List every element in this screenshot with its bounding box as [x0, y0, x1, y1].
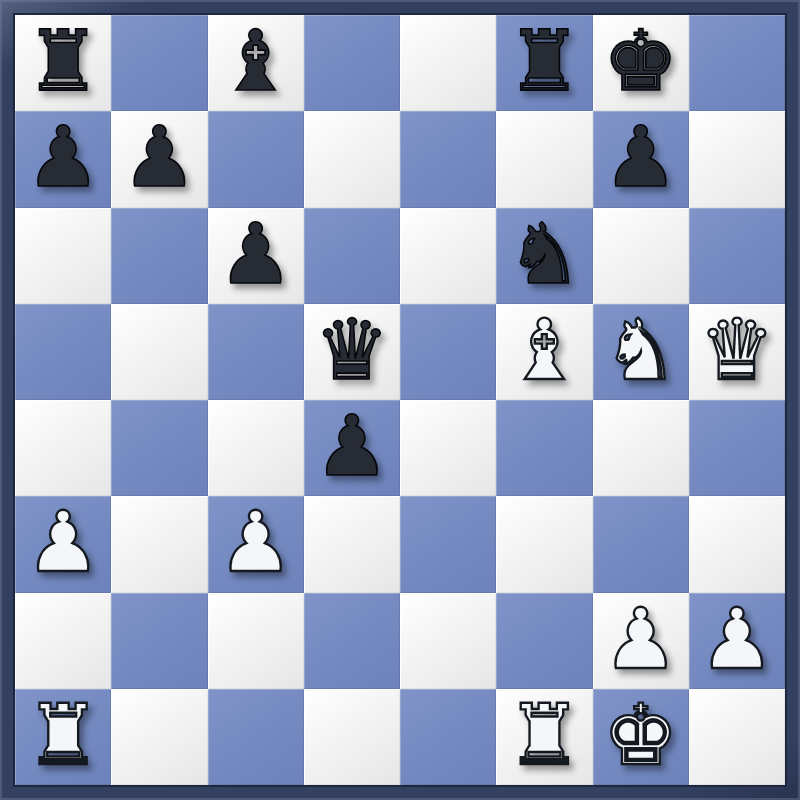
square-b6[interactable] — [111, 208, 207, 304]
square-h2[interactable]: ♟ — [689, 593, 785, 689]
square-g2[interactable]: ♟ — [593, 593, 689, 689]
square-a1[interactable]: ♜ — [15, 689, 111, 785]
square-h7[interactable] — [689, 111, 785, 207]
square-c8[interactable]: ♝ — [208, 15, 304, 111]
square-g8[interactable]: ♚ — [593, 15, 689, 111]
square-f8[interactable]: ♜ — [496, 15, 592, 111]
piece-white-knight[interactable]: ♞ — [603, 308, 678, 392]
square-h8[interactable] — [689, 15, 785, 111]
piece-black-queen[interactable]: ♛ — [314, 308, 389, 392]
piece-black-pawn[interactable]: ♟ — [314, 404, 389, 488]
square-f4[interactable] — [496, 400, 592, 496]
square-g6[interactable] — [593, 208, 689, 304]
piece-white-pawn[interactable]: ♟ — [603, 597, 678, 681]
square-g5[interactable]: ♞ — [593, 304, 689, 400]
square-a4[interactable] — [15, 400, 111, 496]
piece-white-king[interactable]: ♚ — [603, 693, 678, 777]
square-f7[interactable] — [496, 111, 592, 207]
square-c6[interactable]: ♟ — [208, 208, 304, 304]
square-e3[interactable] — [400, 496, 496, 592]
piece-white-rook[interactable]: ♜ — [507, 693, 582, 777]
square-g1[interactable]: ♚ — [593, 689, 689, 785]
piece-black-pawn[interactable]: ♟ — [122, 115, 197, 199]
square-d6[interactable] — [304, 208, 400, 304]
square-e5[interactable] — [400, 304, 496, 400]
square-h4[interactable] — [689, 400, 785, 496]
square-a5[interactable] — [15, 304, 111, 400]
square-g7[interactable]: ♟ — [593, 111, 689, 207]
piece-white-queen[interactable]: ♛ — [699, 308, 774, 392]
square-e7[interactable] — [400, 111, 496, 207]
piece-black-pawn[interactable]: ♟ — [25, 115, 100, 199]
square-a7[interactable]: ♟ — [15, 111, 111, 207]
square-a2[interactable] — [15, 593, 111, 689]
square-c1[interactable] — [208, 689, 304, 785]
square-d1[interactable] — [304, 689, 400, 785]
square-d3[interactable] — [304, 496, 400, 592]
piece-white-bishop[interactable]: ♝ — [507, 308, 582, 392]
square-h5[interactable]: ♛ — [689, 304, 785, 400]
piece-black-king[interactable]: ♚ — [603, 19, 678, 103]
square-b2[interactable] — [111, 593, 207, 689]
square-c2[interactable] — [208, 593, 304, 689]
square-d4[interactable]: ♟ — [304, 400, 400, 496]
piece-black-bishop[interactable]: ♝ — [218, 19, 293, 103]
square-f3[interactable] — [496, 496, 592, 592]
square-b3[interactable] — [111, 496, 207, 592]
square-a3[interactable]: ♟ — [15, 496, 111, 592]
piece-black-pawn[interactable]: ♟ — [603, 115, 678, 199]
piece-white-rook[interactable]: ♜ — [25, 693, 100, 777]
square-b4[interactable] — [111, 400, 207, 496]
square-c7[interactable] — [208, 111, 304, 207]
square-e2[interactable] — [400, 593, 496, 689]
square-d7[interactable] — [304, 111, 400, 207]
square-f6[interactable]: ♞ — [496, 208, 592, 304]
square-f5[interactable]: ♝ — [496, 304, 592, 400]
square-d5[interactable]: ♛ — [304, 304, 400, 400]
chess-board: ♜♝♜♚♟♟♟♟♞♛♝♞♛♟♟♟♟♟♜♜♚ — [15, 15, 785, 785]
piece-white-pawn[interactable]: ♟ — [699, 597, 774, 681]
square-a6[interactable] — [15, 208, 111, 304]
square-g3[interactable] — [593, 496, 689, 592]
square-c3[interactable]: ♟ — [208, 496, 304, 592]
square-c5[interactable] — [208, 304, 304, 400]
square-h1[interactable] — [689, 689, 785, 785]
square-a8[interactable]: ♜ — [15, 15, 111, 111]
square-e8[interactable] — [400, 15, 496, 111]
piece-black-rook[interactable]: ♜ — [507, 19, 582, 103]
square-c4[interactable] — [208, 400, 304, 496]
square-e6[interactable] — [400, 208, 496, 304]
square-d8[interactable] — [304, 15, 400, 111]
square-d2[interactable] — [304, 593, 400, 689]
piece-white-pawn[interactable]: ♟ — [218, 500, 293, 584]
piece-white-pawn[interactable]: ♟ — [25, 500, 100, 584]
square-b7[interactable]: ♟ — [111, 111, 207, 207]
square-f1[interactable]: ♜ — [496, 689, 592, 785]
square-h3[interactable] — [689, 496, 785, 592]
square-f2[interactable] — [496, 593, 592, 689]
square-e4[interactable] — [400, 400, 496, 496]
square-b1[interactable] — [111, 689, 207, 785]
square-e1[interactable] — [400, 689, 496, 785]
piece-black-pawn[interactable]: ♟ — [218, 212, 293, 296]
square-b5[interactable] — [111, 304, 207, 400]
piece-black-rook[interactable]: ♜ — [25, 19, 100, 103]
piece-black-knight[interactable]: ♞ — [507, 212, 582, 296]
square-g4[interactable] — [593, 400, 689, 496]
square-b8[interactable] — [111, 15, 207, 111]
chess-board-frame: ♜♝♜♚♟♟♟♟♞♛♝♞♛♟♟♟♟♟♜♜♚ — [0, 0, 800, 800]
square-h6[interactable] — [689, 208, 785, 304]
